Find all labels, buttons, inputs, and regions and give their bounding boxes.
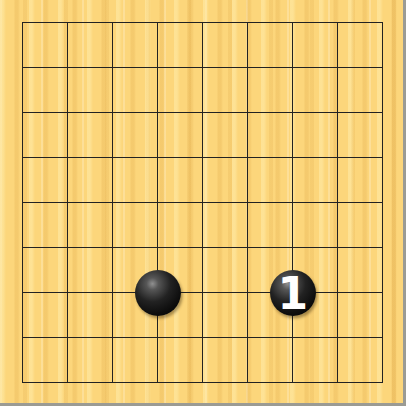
intersection[interactable] bbox=[270, 135, 315, 180]
intersection[interactable] bbox=[135, 180, 180, 225]
intersection[interactable]: 1 bbox=[270, 270, 315, 315]
intersection[interactable] bbox=[0, 270, 45, 315]
intersection[interactable] bbox=[180, 270, 225, 315]
intersection[interactable] bbox=[315, 45, 360, 90]
intersection[interactable] bbox=[360, 45, 405, 90]
intersection[interactable] bbox=[360, 225, 405, 270]
intersection[interactable] bbox=[135, 315, 180, 360]
intersection[interactable] bbox=[225, 180, 270, 225]
intersection[interactable] bbox=[45, 180, 90, 225]
intersection[interactable] bbox=[315, 360, 360, 405]
intersection[interactable] bbox=[90, 135, 135, 180]
intersection[interactable] bbox=[360, 315, 405, 360]
intersection[interactable] bbox=[270, 180, 315, 225]
intersection[interactable] bbox=[225, 135, 270, 180]
stone-black[interactable] bbox=[135, 270, 181, 316]
intersection[interactable] bbox=[0, 135, 45, 180]
intersection[interactable] bbox=[315, 90, 360, 135]
intersection[interactable] bbox=[270, 0, 315, 45]
intersection[interactable] bbox=[180, 135, 225, 180]
intersection[interactable] bbox=[0, 315, 45, 360]
intersection[interactable] bbox=[90, 315, 135, 360]
intersection[interactable] bbox=[360, 135, 405, 180]
intersection[interactable] bbox=[135, 135, 180, 180]
intersection[interactable] bbox=[45, 0, 90, 45]
intersection[interactable] bbox=[315, 135, 360, 180]
intersection[interactable] bbox=[225, 225, 270, 270]
intersection[interactable] bbox=[90, 180, 135, 225]
intersection[interactable] bbox=[225, 360, 270, 405]
intersection[interactable] bbox=[135, 0, 180, 45]
intersection[interactable] bbox=[360, 270, 405, 315]
intersection[interactable] bbox=[90, 45, 135, 90]
intersection[interactable] bbox=[45, 90, 90, 135]
intersection[interactable] bbox=[0, 45, 45, 90]
intersection[interactable] bbox=[270, 360, 315, 405]
intersection[interactable] bbox=[225, 315, 270, 360]
intersection[interactable] bbox=[45, 225, 90, 270]
intersection[interactable] bbox=[315, 315, 360, 360]
intersection[interactable] bbox=[225, 90, 270, 135]
intersection[interactable] bbox=[135, 90, 180, 135]
intersection[interactable] bbox=[225, 0, 270, 45]
intersection[interactable] bbox=[135, 225, 180, 270]
intersection[interactable] bbox=[270, 45, 315, 90]
intersection[interactable] bbox=[135, 360, 180, 405]
intersection[interactable] bbox=[90, 0, 135, 45]
intersection[interactable] bbox=[45, 45, 90, 90]
intersection[interactable] bbox=[180, 0, 225, 45]
intersection[interactable] bbox=[360, 180, 405, 225]
intersection[interactable] bbox=[315, 180, 360, 225]
intersections: 1 bbox=[0, 0, 405, 405]
intersection[interactable] bbox=[45, 360, 90, 405]
intersection[interactable] bbox=[360, 0, 405, 45]
intersection[interactable] bbox=[45, 135, 90, 180]
intersection[interactable] bbox=[90, 360, 135, 405]
intersection[interactable] bbox=[180, 225, 225, 270]
go-board: 1 bbox=[0, 0, 406, 406]
intersection[interactable] bbox=[180, 315, 225, 360]
intersection[interactable] bbox=[180, 45, 225, 90]
move-number-label: 1 bbox=[277, 272, 308, 316]
intersection[interactable] bbox=[0, 0, 45, 45]
intersection[interactable] bbox=[135, 45, 180, 90]
intersection[interactable] bbox=[270, 315, 315, 360]
intersection[interactable] bbox=[0, 225, 45, 270]
intersection[interactable] bbox=[90, 270, 135, 315]
intersection[interactable] bbox=[0, 360, 45, 405]
intersection[interactable] bbox=[315, 270, 360, 315]
intersection[interactable] bbox=[360, 90, 405, 135]
intersection[interactable] bbox=[90, 90, 135, 135]
intersection[interactable] bbox=[315, 0, 360, 45]
intersection[interactable] bbox=[180, 90, 225, 135]
intersection[interactable] bbox=[360, 360, 405, 405]
intersection[interactable] bbox=[135, 270, 180, 315]
intersection[interactable] bbox=[180, 360, 225, 405]
intersection[interactable] bbox=[315, 225, 360, 270]
intersection[interactable] bbox=[45, 270, 90, 315]
intersection[interactable] bbox=[0, 90, 45, 135]
intersection[interactable] bbox=[180, 180, 225, 225]
stone-black-move-1[interactable]: 1 bbox=[270, 270, 316, 316]
intersection[interactable] bbox=[45, 315, 90, 360]
intersection[interactable] bbox=[270, 90, 315, 135]
intersection[interactable] bbox=[270, 225, 315, 270]
intersection[interactable] bbox=[90, 225, 135, 270]
intersection[interactable] bbox=[225, 270, 270, 315]
intersection[interactable] bbox=[0, 180, 45, 225]
intersection[interactable] bbox=[225, 45, 270, 90]
